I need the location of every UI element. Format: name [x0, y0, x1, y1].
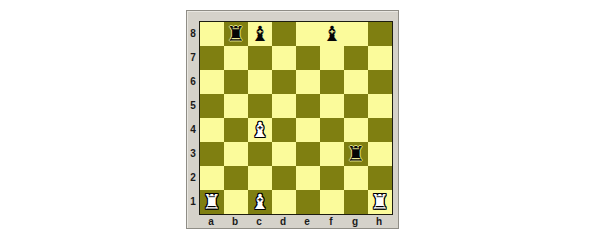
file-label-d: d [271, 215, 295, 228]
file-label-e: e [295, 215, 319, 228]
white-bishop-piece[interactable]: ♝ [251, 118, 270, 142]
rank-labels: 87654321 [187, 21, 199, 215]
file-label-a: a [199, 215, 223, 228]
square-e3[interactable] [296, 142, 320, 166]
rank-label-3: 3 [187, 141, 199, 165]
square-c6[interactable] [248, 70, 272, 94]
square-e1[interactable] [296, 190, 320, 214]
square-h3[interactable] [368, 142, 392, 166]
white-rook-piece[interactable]: ♜ [371, 190, 390, 214]
rank-label-5: 5 [187, 93, 199, 117]
square-d5[interactable] [272, 94, 296, 118]
square-h7[interactable] [368, 46, 392, 70]
black-bishop-piece[interactable]: ♝ [251, 22, 270, 46]
white-rook-piece[interactable]: ♜ [203, 190, 222, 214]
square-b8[interactable]: ♜ [224, 22, 248, 46]
square-c5[interactable] [248, 94, 272, 118]
rank-label-1: 1 [187, 189, 199, 213]
square-f6[interactable] [320, 70, 344, 94]
square-f8[interactable]: ♝ [320, 22, 344, 46]
rank-label-8: 8 [187, 21, 199, 45]
file-labels: abcdefgh [199, 215, 393, 228]
square-h2[interactable] [368, 166, 392, 190]
square-g5[interactable] [344, 94, 368, 118]
square-a3[interactable] [200, 142, 224, 166]
square-h8[interactable] [368, 22, 392, 46]
square-c7[interactable] [248, 46, 272, 70]
square-f4[interactable] [320, 118, 344, 142]
square-e7[interactable] [296, 46, 320, 70]
square-f2[interactable] [320, 166, 344, 190]
square-f1[interactable] [320, 190, 344, 214]
square-c1[interactable]: ♝ [248, 190, 272, 214]
square-a5[interactable] [200, 94, 224, 118]
square-b7[interactable] [224, 46, 248, 70]
square-b3[interactable] [224, 142, 248, 166]
square-a2[interactable] [200, 166, 224, 190]
square-g6[interactable] [344, 70, 368, 94]
square-e4[interactable] [296, 118, 320, 142]
square-a1[interactable]: ♜ [200, 190, 224, 214]
rank-label-6: 6 [187, 69, 199, 93]
rank-label-4: 4 [187, 117, 199, 141]
file-label-c: c [247, 215, 271, 228]
square-d1[interactable] [272, 190, 296, 214]
square-b6[interactable] [224, 70, 248, 94]
square-g3[interactable]: ♜ [344, 142, 368, 166]
square-e8[interactable] [296, 22, 320, 46]
square-b5[interactable] [224, 94, 248, 118]
square-h1[interactable]: ♜ [368, 190, 392, 214]
square-b2[interactable] [224, 166, 248, 190]
square-a4[interactable] [200, 118, 224, 142]
square-a8[interactable] [200, 22, 224, 46]
file-label-f: f [319, 215, 343, 228]
square-c3[interactable] [248, 142, 272, 166]
square-f3[interactable] [320, 142, 344, 166]
square-f7[interactable] [320, 46, 344, 70]
file-label-h: h [367, 215, 391, 228]
square-g4[interactable] [344, 118, 368, 142]
square-d4[interactable] [272, 118, 296, 142]
square-b1[interactable] [224, 190, 248, 214]
square-c2[interactable] [248, 166, 272, 190]
page-background: 87654321 ♜♝♝♝♜♜♝♜ abcdefgh [0, 0, 591, 237]
black-rook-piece[interactable]: ♜ [227, 22, 246, 46]
square-h6[interactable] [368, 70, 392, 94]
square-a7[interactable] [200, 46, 224, 70]
square-d3[interactable] [272, 142, 296, 166]
square-d8[interactable] [272, 22, 296, 46]
square-b4[interactable] [224, 118, 248, 142]
square-g8[interactable] [344, 22, 368, 46]
square-a6[interactable] [200, 70, 224, 94]
square-c8[interactable]: ♝ [248, 22, 272, 46]
square-g2[interactable] [344, 166, 368, 190]
board-frame: 87654321 ♜♝♝♝♜♜♝♜ abcdefgh [186, 10, 399, 229]
square-h4[interactable] [368, 118, 392, 142]
file-label-g: g [343, 215, 367, 228]
square-h5[interactable] [368, 94, 392, 118]
white-bishop-piece[interactable]: ♝ [251, 190, 270, 214]
square-f5[interactable] [320, 94, 344, 118]
black-bishop-piece[interactable]: ♝ [323, 22, 342, 46]
chess-board: ♜♝♝♝♜♜♝♜ [199, 21, 393, 215]
rank-label-7: 7 [187, 45, 199, 69]
square-e2[interactable] [296, 166, 320, 190]
square-d7[interactable] [272, 46, 296, 70]
file-label-b: b [223, 215, 247, 228]
square-e5[interactable] [296, 94, 320, 118]
square-g7[interactable] [344, 46, 368, 70]
square-d6[interactable] [272, 70, 296, 94]
rank-label-2: 2 [187, 165, 199, 189]
square-g1[interactable] [344, 190, 368, 214]
square-e6[interactable] [296, 70, 320, 94]
black-rook-piece[interactable]: ♜ [347, 142, 366, 166]
square-d2[interactable] [272, 166, 296, 190]
square-c4[interactable]: ♝ [248, 118, 272, 142]
